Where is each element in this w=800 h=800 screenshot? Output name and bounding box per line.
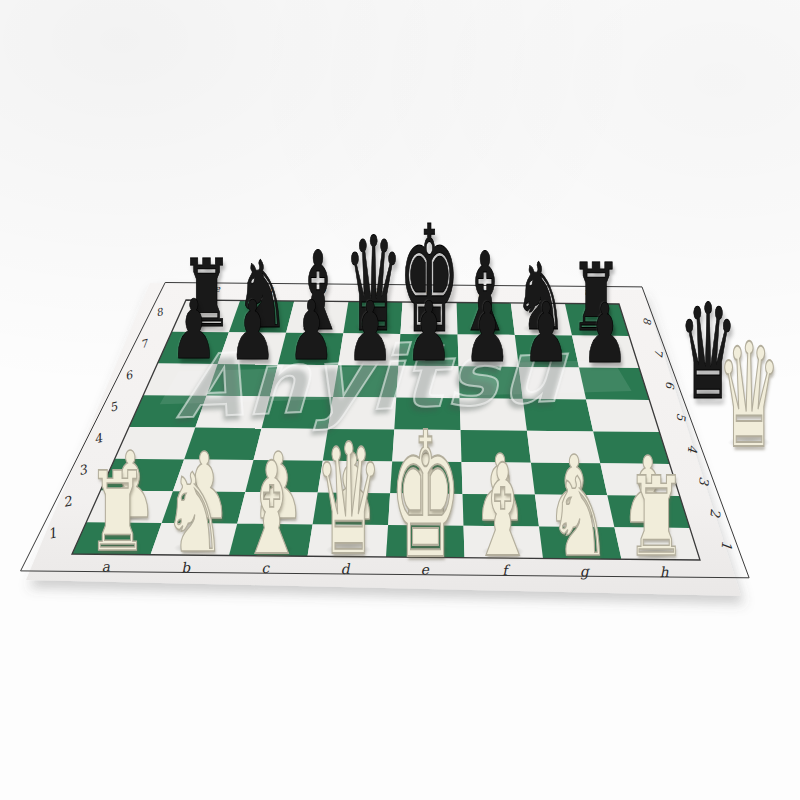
chess-set-photo: 8877665544332211aabbccddeeffgghh Anyitsu… bbox=[0, 0, 800, 800]
white-knight-glyph: ♞ bbox=[548, 463, 611, 572]
black-pawn-glyph: ♟ bbox=[523, 293, 570, 375]
white-rook-glyph: ♜ bbox=[626, 463, 687, 573]
white-bishop-glyph: ♝ bbox=[240, 445, 304, 573]
white-knight-glyph: ♞ bbox=[163, 459, 226, 568]
white-bishop-glyph: ♝ bbox=[471, 447, 535, 575]
square-h5[interactable] bbox=[586, 399, 659, 432]
rank-label-right-1: 1 bbox=[719, 540, 736, 550]
black-pawn-glyph: ♟ bbox=[405, 291, 452, 373]
white-queen-glyph: ♛ bbox=[314, 425, 383, 578]
black-pawn-glyph: ♟ bbox=[288, 290, 335, 372]
white-king-glyph: ♚ bbox=[389, 409, 461, 583]
white-rook-glyph: ♜ bbox=[87, 458, 148, 568]
square-f5[interactable] bbox=[460, 398, 527, 431]
black-pawn-glyph: ♟ bbox=[347, 291, 394, 373]
rank-label-right-4: 4 bbox=[685, 444, 700, 453]
black-pawn-glyph: ♟ bbox=[464, 292, 511, 374]
black-pawn-glyph: ♟ bbox=[581, 293, 628, 375]
white-queen-glyph: ♛ bbox=[717, 325, 782, 469]
black-pawn-glyph: ♟ bbox=[171, 289, 218, 371]
black-pawn-glyph: ♟ bbox=[229, 290, 276, 372]
square-g5[interactable] bbox=[523, 399, 593, 432]
